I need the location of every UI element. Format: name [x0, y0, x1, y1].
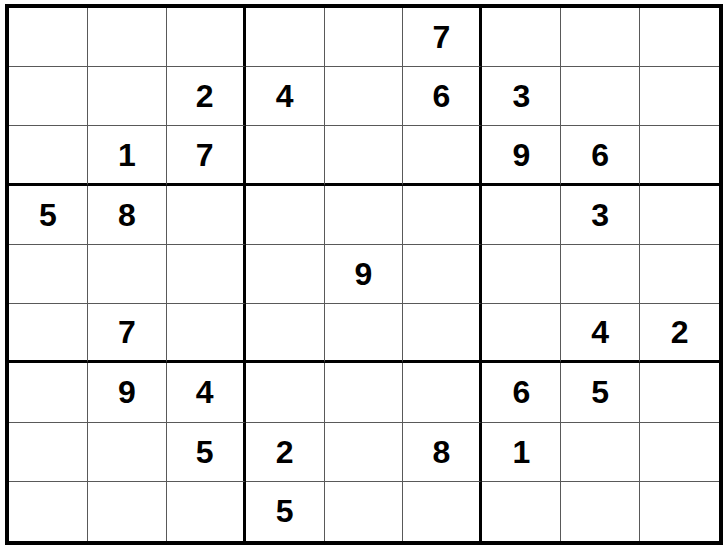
sudoku-cell-r4c2[interactable]: 8: [88, 186, 167, 245]
sudoku-cell-r8c5[interactable]: [325, 423, 404, 482]
sudoku-cell-r4c7[interactable]: [482, 186, 561, 245]
sudoku-cell-r5c5[interactable]: 9: [325, 245, 404, 304]
given-digit: 4: [591, 316, 609, 348]
sudoku-cell-r1c5[interactable]: [325, 8, 404, 67]
sudoku-cell-r9c6[interactable]: [403, 482, 482, 541]
sudoku-cell-r2c5[interactable]: [325, 67, 404, 126]
sudoku-cell-r1c1[interactable]: [9, 8, 88, 67]
sudoku-cell-r1c9[interactable]: [640, 8, 719, 67]
sudoku-cell-r7c5[interactable]: [325, 363, 404, 422]
sudoku-cell-r7c9[interactable]: [640, 363, 719, 422]
given-digit: 6: [432, 80, 450, 112]
sudoku-cell-r2c9[interactable]: [640, 67, 719, 126]
sudoku-cell-r9c3[interactable]: [167, 482, 246, 541]
given-digit: 7: [196, 139, 214, 171]
given-digit: 5: [591, 376, 609, 408]
sudoku-cell-r1c8[interactable]: [561, 8, 640, 67]
sudoku-cell-r7c1[interactable]: [9, 363, 88, 422]
sudoku-cell-r8c6[interactable]: 8: [403, 423, 482, 482]
sudoku-cell-r5c3[interactable]: [167, 245, 246, 304]
sudoku-cell-r3c1[interactable]: [9, 126, 88, 185]
sudoku-cell-r3c4[interactable]: [246, 126, 325, 185]
sudoku-cell-r8c3[interactable]: 5: [167, 423, 246, 482]
given-digit: 6: [512, 376, 530, 408]
sudoku-cell-r4c5[interactable]: [325, 186, 404, 245]
sudoku-cell-r1c3[interactable]: [167, 8, 246, 67]
sudoku-cell-r9c4[interactable]: 5: [246, 482, 325, 541]
given-digit: 3: [591, 199, 609, 231]
sudoku-cell-r2c2[interactable]: [88, 67, 167, 126]
sudoku-cell-r4c6[interactable]: [403, 186, 482, 245]
sudoku-cell-r8c2[interactable]: [88, 423, 167, 482]
sudoku-cell-r4c8[interactable]: 3: [561, 186, 640, 245]
sudoku-cell-r7c8[interactable]: 5: [561, 363, 640, 422]
sudoku-cell-r5c6[interactable]: [403, 245, 482, 304]
sudoku-cell-r8c4[interactable]: 2: [246, 423, 325, 482]
sudoku-cell-r9c5[interactable]: [325, 482, 404, 541]
sudoku-cell-r2c3[interactable]: 2: [167, 67, 246, 126]
sudoku-cell-r8c7[interactable]: 1: [482, 423, 561, 482]
sudoku-cell-r3c8[interactable]: 6: [561, 126, 640, 185]
given-digit: 9: [512, 139, 530, 171]
sudoku-cell-r4c9[interactable]: [640, 186, 719, 245]
sudoku-cell-r1c2[interactable]: [88, 8, 167, 67]
sudoku-cell-r9c2[interactable]: [88, 482, 167, 541]
given-digit: 5: [196, 436, 214, 468]
sudoku-cell-r2c4[interactable]: 4: [246, 67, 325, 126]
given-digit: 8: [432, 436, 450, 468]
given-digit: 5: [276, 495, 294, 527]
sudoku-cell-r6c9[interactable]: 2: [640, 304, 719, 363]
sudoku-cell-r3c2[interactable]: 1: [88, 126, 167, 185]
sudoku-cell-r8c1[interactable]: [9, 423, 88, 482]
given-digit: 3: [512, 80, 530, 112]
sudoku-cell-r9c7[interactable]: [482, 482, 561, 541]
sudoku-cell-r5c9[interactable]: [640, 245, 719, 304]
sudoku-cell-r6c7[interactable]: [482, 304, 561, 363]
sudoku-cell-r7c7[interactable]: 6: [482, 363, 561, 422]
sudoku-cell-r6c4[interactable]: [246, 304, 325, 363]
sudoku-cell-r6c1[interactable]: [9, 304, 88, 363]
sudoku-cell-r5c8[interactable]: [561, 245, 640, 304]
sudoku-cell-r9c8[interactable]: [561, 482, 640, 541]
given-digit: 4: [276, 80, 294, 112]
sudoku-cell-r2c6[interactable]: 6: [403, 67, 482, 126]
sudoku-cell-r7c6[interactable]: [403, 363, 482, 422]
sudoku-cell-r6c5[interactable]: [325, 304, 404, 363]
given-digit: 7: [118, 316, 136, 348]
sudoku-cell-r5c7[interactable]: [482, 245, 561, 304]
sudoku-cell-r4c4[interactable]: [246, 186, 325, 245]
given-digit: 6: [591, 139, 609, 171]
sudoku-cell-r2c8[interactable]: [561, 67, 640, 126]
given-digit: 9: [118, 376, 136, 408]
sudoku-cell-r1c4[interactable]: [246, 8, 325, 67]
sudoku-cell-r1c6[interactable]: 7: [403, 8, 482, 67]
sudoku-cell-r2c1[interactable]: [9, 67, 88, 126]
given-digit: 5: [39, 199, 57, 231]
sudoku-cell-r7c3[interactable]: 4: [167, 363, 246, 422]
sudoku-cell-r3c7[interactable]: 9: [482, 126, 561, 185]
sudoku-board: 7246317965839742946552815: [5, 4, 723, 545]
given-digit: 2: [196, 80, 214, 112]
sudoku-cell-r5c2[interactable]: [88, 245, 167, 304]
given-digit: 1: [512, 436, 530, 468]
given-digit: 1: [118, 139, 136, 171]
sudoku-cell-r3c5[interactable]: [325, 126, 404, 185]
sudoku-cell-r2c7[interactable]: 3: [482, 67, 561, 126]
sudoku-cell-r3c9[interactable]: [640, 126, 719, 185]
given-digit: 4: [196, 376, 214, 408]
given-digit: 2: [671, 316, 689, 348]
sudoku-cell-r7c2[interactable]: 9: [88, 363, 167, 422]
sudoku-cell-r9c9[interactable]: [640, 482, 719, 541]
sudoku-cell-r5c1[interactable]: [9, 245, 88, 304]
sudoku-grid: 7246317965839742946552815: [9, 8, 719, 541]
sudoku-cell-r6c2[interactable]: 7: [88, 304, 167, 363]
sudoku-cell-r3c3[interactable]: 7: [167, 126, 246, 185]
given-digit: 7: [432, 21, 450, 53]
sudoku-cell-r3c6[interactable]: [403, 126, 482, 185]
given-digit: 9: [355, 258, 373, 290]
sudoku-cell-r5c4[interactable]: [246, 245, 325, 304]
given-digit: 8: [118, 199, 136, 231]
sudoku-cell-r4c3[interactable]: [167, 186, 246, 245]
sudoku-cell-r6c3[interactable]: [167, 304, 246, 363]
sudoku-cell-r7c4[interactable]: [246, 363, 325, 422]
sudoku-cell-r4c1[interactable]: 5: [9, 186, 88, 245]
sudoku-cell-r1c7[interactable]: [482, 8, 561, 67]
sudoku-cell-r6c8[interactable]: 4: [561, 304, 640, 363]
sudoku-cell-r8c9[interactable]: [640, 423, 719, 482]
given-digit: 2: [276, 436, 294, 468]
sudoku-cell-r6c6[interactable]: [403, 304, 482, 363]
sudoku-cell-r9c1[interactable]: [9, 482, 88, 541]
sudoku-cell-r8c8[interactable]: [561, 423, 640, 482]
